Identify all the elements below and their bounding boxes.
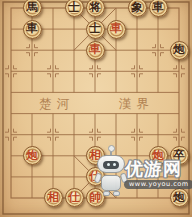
xiangqi-app-screen: 楚河 漢界 馬士将象車車士車車炮炮相炮卒仕相仕帥炮 优游网 www.yoyou.… xyxy=(0,0,192,217)
piece-black-elephant[interactable]: 象 xyxy=(128,0,147,17)
piece-black-horse[interactable]: 馬 xyxy=(23,0,42,17)
site-watermark: 优游网 www.yoyou.com xyxy=(93,147,192,205)
piece-red-chariot[interactable]: 車 xyxy=(86,41,105,60)
piece-red-advisor[interactable]: 仕 xyxy=(65,188,84,207)
piece-black-cannon[interactable]: 炮 xyxy=(170,41,189,60)
piece-black-chariot[interactable]: 車 xyxy=(23,20,42,39)
piece-black-general[interactable]: 将 xyxy=(86,0,105,17)
robot-mascot-icon xyxy=(95,149,129,203)
piece-black-chariot[interactable]: 車 xyxy=(149,0,168,17)
piece-red-cannon[interactable]: 炮 xyxy=(23,146,42,165)
piece-black-advisor[interactable]: 士 xyxy=(65,0,84,17)
watermark-site-url: www.yoyou.com xyxy=(124,180,192,189)
piece-black-advisor[interactable]: 士 xyxy=(86,20,105,39)
piece-red-chariot[interactable]: 車 xyxy=(107,20,126,39)
piece-red-elephant[interactable]: 相 xyxy=(44,188,63,207)
watermark-site-name: 优游网 xyxy=(125,157,182,181)
